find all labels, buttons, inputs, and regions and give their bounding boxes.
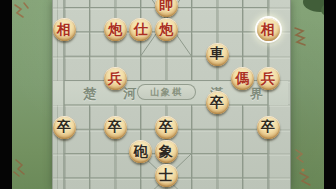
piece-red-horse[interactable]: 傌 — [231, 67, 254, 90]
piece-red-cannon-left[interactable]: 炮 — [104, 18, 127, 41]
piece-black-advisor[interactable]: 士 — [155, 164, 178, 187]
piece-character: 傌 — [236, 72, 250, 86]
piece-character: 兵 — [108, 72, 122, 86]
piece-character: 帥 — [159, 0, 173, 12]
piece-character: 象 — [159, 145, 173, 159]
piece-character: 卒 — [108, 120, 122, 134]
piece-red-elephant-left[interactable]: 相 — [53, 18, 76, 41]
piece-black-pawn-g-advanced[interactable]: 卒 — [206, 91, 229, 114]
letterbox-right — [324, 0, 336, 189]
piece-red-pawn-c[interactable]: 兵 — [104, 67, 127, 90]
piece-character: 相 — [57, 23, 71, 37]
piece-black-chariot[interactable]: 車 — [206, 43, 229, 66]
piece-red-pawn-i[interactable]: 兵 — [257, 67, 280, 90]
piece-black-pawn-a[interactable]: 卒 — [53, 116, 76, 139]
xiangqi-board-grid[interactable]: 帥相炮仕炮相車兵傌兵卒卒卒卒卒砲象士 — [51, 0, 281, 189]
piece-character: 車 — [210, 47, 224, 61]
piece-character: 卒 — [159, 120, 173, 134]
piece-red-cannon-right[interactable]: 炮 — [155, 18, 178, 41]
piece-character: 卒 — [57, 120, 71, 134]
piece-character: 卒 — [261, 120, 275, 134]
piece-red-advisor[interactable]: 仕 — [129, 18, 152, 41]
piece-character: 相 — [261, 23, 275, 37]
piece-black-cannon[interactable]: 砲 — [129, 140, 152, 163]
piece-character: 兵 — [261, 72, 275, 86]
piece-character: 砲 — [134, 145, 148, 159]
piece-black-pawn-c[interactable]: 卒 — [104, 116, 127, 139]
letterbox-left — [0, 0, 12, 189]
piece-character: 仕 — [134, 23, 148, 37]
piece-black-pawn-i[interactable]: 卒 — [257, 116, 280, 139]
piece-character: 士 — [159, 169, 173, 183]
piece-black-pawn-e[interactable]: 卒 — [155, 116, 178, 139]
piece-character: 卒 — [210, 96, 224, 110]
piece-red-elephant-right[interactable]: 相 — [257, 18, 280, 41]
piece-character: 炮 — [159, 23, 173, 37]
xiangqi-game-screen: 楚 河 漢 界 山象棋 帥相炮仕炮相車兵傌兵卒卒卒卒卒砲象士 — [0, 0, 336, 189]
piece-black-elephant[interactable]: 象 — [155, 140, 178, 163]
piece-character: 炮 — [108, 23, 122, 37]
piece-red-king[interactable]: 帥 — [155, 0, 178, 17]
